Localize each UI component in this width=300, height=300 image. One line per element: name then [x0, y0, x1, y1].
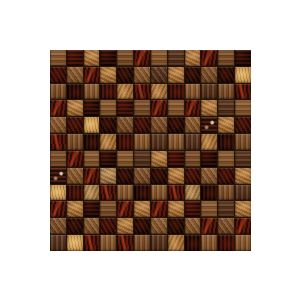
square-r8c3	[84, 168, 100, 184]
square-r5c12	[235, 117, 251, 133]
square-r8c7	[151, 168, 167, 184]
square-r8c1	[50, 168, 66, 184]
square-r2c9	[185, 67, 201, 83]
square-r5c4	[100, 117, 116, 133]
square-r9c4	[100, 185, 116, 201]
square-r7c2	[67, 151, 83, 167]
square-r8c4	[100, 168, 116, 184]
square-r12c12	[235, 235, 251, 251]
square-r1c5	[117, 50, 133, 66]
square-r2c4	[100, 67, 116, 83]
square-r8c9	[185, 168, 201, 184]
square-r4c10	[201, 100, 217, 116]
square-r10c11	[218, 201, 234, 217]
square-r5c8	[168, 117, 184, 133]
square-r2c1	[50, 67, 66, 83]
square-r11c1	[50, 218, 66, 234]
square-r10c1	[50, 201, 66, 217]
square-r3c1	[50, 84, 66, 100]
square-r10c9	[185, 201, 201, 217]
square-r7c1	[50, 151, 66, 167]
square-r8c10	[201, 168, 217, 184]
square-r12c6	[134, 235, 150, 251]
square-r3c10	[201, 84, 217, 100]
square-r5c6	[134, 117, 150, 133]
square-r4c1	[50, 100, 66, 116]
square-r1c12	[235, 50, 251, 66]
square-r12c11	[218, 235, 234, 251]
square-r7c6	[134, 151, 150, 167]
square-r2c12	[235, 67, 251, 83]
square-r12c3	[84, 235, 100, 251]
square-r7c4	[100, 151, 116, 167]
square-r6c6	[134, 134, 150, 150]
square-r10c3	[84, 201, 100, 217]
square-r1c3	[84, 50, 100, 66]
product-photo	[0, 0, 300, 300]
square-r1c9	[185, 50, 201, 66]
square-r7c3	[84, 151, 100, 167]
square-r9c1	[50, 185, 66, 201]
square-r12c5	[117, 235, 133, 251]
square-r9c6	[134, 185, 150, 201]
square-r2c10	[201, 67, 217, 83]
square-r8c2	[67, 168, 83, 184]
square-r10c4	[100, 201, 116, 217]
square-r10c10	[201, 201, 217, 217]
square-r1c2	[67, 50, 83, 66]
square-r11c5	[117, 218, 133, 234]
square-r6c9	[185, 134, 201, 150]
square-r8c6	[134, 168, 150, 184]
square-r1c11	[218, 50, 234, 66]
square-r6c7	[151, 134, 167, 150]
square-r7c8	[168, 151, 184, 167]
square-r4c11	[218, 100, 234, 116]
square-r5c3	[84, 117, 100, 133]
square-r5c1	[50, 117, 66, 133]
square-r9c3	[84, 185, 100, 201]
square-r4c5	[117, 100, 133, 116]
square-r5c7	[151, 117, 167, 133]
square-r7c5	[117, 151, 133, 167]
square-r5c9	[185, 117, 201, 133]
square-r3c6	[134, 84, 150, 100]
square-r12c10	[201, 235, 217, 251]
square-r4c7	[151, 100, 167, 116]
square-r5c11	[218, 117, 234, 133]
square-r4c12	[235, 100, 251, 116]
square-r11c10	[201, 218, 217, 234]
square-r6c1	[50, 134, 66, 150]
square-r2c5	[117, 67, 133, 83]
square-r3c2	[67, 84, 83, 100]
square-r4c6	[134, 100, 150, 116]
square-r11c4	[100, 218, 116, 234]
square-r3c9	[185, 84, 201, 100]
square-r11c3	[84, 218, 100, 234]
square-r2c2	[67, 67, 83, 83]
square-r3c5	[117, 84, 133, 100]
square-r10c7	[151, 201, 167, 217]
square-r12c4	[100, 235, 116, 251]
square-r7c10	[201, 151, 217, 167]
square-r9c9	[185, 185, 201, 201]
square-r6c12	[235, 134, 251, 150]
square-r1c7	[151, 50, 167, 66]
square-r11c9	[185, 218, 201, 234]
square-r3c11	[218, 84, 234, 100]
square-r6c11	[218, 134, 234, 150]
square-r1c10	[201, 50, 217, 66]
square-r10c2	[67, 201, 83, 217]
square-r4c4	[100, 100, 116, 116]
square-r2c8	[168, 67, 184, 83]
square-r1c6	[134, 50, 150, 66]
square-r3c7	[151, 84, 167, 100]
square-r4c9	[185, 100, 201, 116]
square-r3c8	[168, 84, 184, 100]
square-r9c5	[117, 185, 133, 201]
square-r9c2	[67, 185, 83, 201]
square-r12c2	[67, 235, 83, 251]
square-r7c11	[218, 151, 234, 167]
square-r8c11	[218, 168, 234, 184]
square-r9c7	[151, 185, 167, 201]
square-r8c12	[235, 168, 251, 184]
square-r12c9	[185, 235, 201, 251]
square-r10c12	[235, 201, 251, 217]
mosaic-checkerboard	[50, 50, 251, 251]
square-r2c3	[84, 67, 100, 83]
square-r7c7	[151, 151, 167, 167]
square-r1c8	[168, 50, 184, 66]
square-r3c3	[84, 84, 100, 100]
square-r4c3	[84, 100, 100, 116]
square-r4c2	[67, 100, 83, 116]
square-r11c2	[67, 218, 83, 234]
square-r10c5	[117, 201, 133, 217]
square-r10c8	[168, 201, 184, 217]
square-r11c7	[151, 218, 167, 234]
square-r1c1	[50, 50, 66, 66]
square-r9c8	[168, 185, 184, 201]
square-r8c8	[168, 168, 184, 184]
square-r10c6	[134, 201, 150, 217]
square-r1c4	[100, 50, 116, 66]
square-r12c8	[168, 235, 184, 251]
square-r9c10	[201, 185, 217, 201]
square-r9c11	[218, 185, 234, 201]
square-r3c4	[100, 84, 116, 100]
square-r2c6	[134, 67, 150, 83]
square-r11c8	[168, 218, 184, 234]
square-r6c4	[100, 134, 116, 150]
square-r5c10	[201, 117, 217, 133]
square-r6c8	[168, 134, 184, 150]
square-r2c7	[151, 67, 167, 83]
square-r11c11	[218, 218, 234, 234]
square-r11c6	[134, 218, 150, 234]
square-r6c2	[67, 134, 83, 150]
square-r8c5	[117, 168, 133, 184]
square-r6c5	[117, 134, 133, 150]
square-r5c2	[67, 117, 83, 133]
square-r2c11	[218, 67, 234, 83]
square-r5c5	[117, 117, 133, 133]
square-r7c12	[235, 151, 251, 167]
square-r11c12	[235, 218, 251, 234]
square-r12c7	[151, 235, 167, 251]
square-r6c10	[201, 134, 217, 150]
square-r6c3	[84, 134, 100, 150]
square-r7c9	[185, 151, 201, 167]
square-r12c1	[50, 235, 66, 251]
square-r3c12	[235, 84, 251, 100]
square-r9c12	[235, 185, 251, 201]
square-r4c8	[168, 100, 184, 116]
